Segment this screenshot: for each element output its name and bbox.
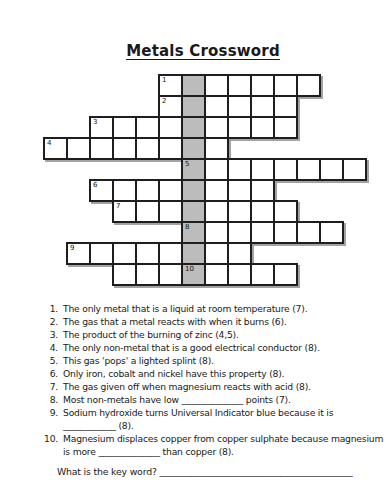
crossword-cell[interactable]: [273, 263, 298, 286]
crossword-cell[interactable]: [319, 158, 344, 181]
cell-number-label: 6: [93, 182, 97, 189]
crossword-cell[interactable]: [250, 179, 275, 202]
page-title: Metals Crossword: [10, 42, 386, 60]
clue-number: 6.: [39, 367, 58, 380]
crossword-cell[interactable]: [158, 242, 183, 265]
crossword-cell[interactable]: [273, 158, 298, 181]
cell-number-label: 1: [162, 77, 166, 84]
crossword-cell[interactable]: [112, 137, 137, 160]
clue-number: 2.: [39, 315, 58, 328]
crossword-cell[interactable]: 7: [112, 200, 137, 223]
cell-number-label: 10: [185, 266, 194, 273]
key-word-line: What is the key word? __________________…: [57, 466, 352, 477]
crossword-grid: 12345678910: [43, 74, 367, 286]
crossword-cell[interactable]: [250, 158, 275, 181]
key-word-cell[interactable]: [181, 200, 206, 223]
clue-text: Most non-metals have low ______________ …: [63, 393, 291, 406]
crossword-cell[interactable]: [135, 242, 160, 265]
crossword-cell[interactable]: [342, 158, 367, 181]
crossword-cell[interactable]: [112, 242, 137, 265]
clue-text: This gas 'pops' a lighted splint (8).: [63, 354, 214, 367]
clue-number: 9.: [39, 406, 58, 419]
clue-text: Only iron, cobalt and nickel have this p…: [63, 367, 284, 380]
clue-item: 8.Most non-metals have low _____________…: [39, 393, 384, 406]
clue-item: 10.Magnesium displaces copper from coppe…: [39, 432, 384, 458]
answer-row-1: 1: [158, 74, 321, 97]
worksheet-page: Metals Crossword 12345678910 1.The only …: [0, 0, 386, 500]
clue-item: 7.The gas given off when magnesium react…: [39, 380, 384, 393]
crossword-cell[interactable]: [250, 221, 275, 244]
key-word-question: What is the key word?: [57, 466, 157, 477]
crossword-cell[interactable]: [204, 242, 229, 265]
crossword-cell[interactable]: [273, 95, 298, 118]
crossword-cell[interactable]: [89, 242, 114, 265]
crossword-cell[interactable]: 1: [158, 74, 183, 97]
clue-item: 2.The gas that a metal reacts with when …: [39, 315, 384, 328]
crossword-cell[interactable]: [135, 179, 160, 202]
crossword-cell[interactable]: [112, 179, 137, 202]
clue-list: 1.The only metal that is a liquid at roo…: [39, 302, 384, 458]
crossword-cell[interactable]: [273, 200, 298, 223]
crossword-cell[interactable]: [204, 116, 229, 139]
clue-item: 6.Only iron, cobalt and nickel have this…: [39, 367, 384, 380]
key-word-cell[interactable]: [181, 137, 206, 160]
crossword-cell[interactable]: [227, 221, 252, 244]
answer-row-9: 9: [66, 242, 252, 265]
clue-item: 9.Sodium hydroxide turns Universal Indic…: [39, 406, 384, 432]
crossword-cell[interactable]: 6: [89, 179, 114, 202]
clue-number: 4.: [39, 341, 58, 354]
crossword-cell[interactable]: [204, 221, 229, 244]
key-word-cell[interactable]: [181, 242, 206, 265]
answer-row-7: 7: [112, 200, 298, 223]
key-word-cell[interactable]: [181, 179, 206, 202]
cell-number-label: 3: [93, 119, 97, 126]
cell-number-label: 5: [185, 161, 189, 168]
clue-text: Sodium hydroxide turns Universal Indicat…: [63, 406, 333, 432]
crossword-cell[interactable]: [158, 116, 183, 139]
clue-number: 5.: [39, 354, 58, 367]
crossword-cell[interactable]: [227, 179, 252, 202]
crossword-cell[interactable]: [204, 74, 229, 97]
crossword-cell[interactable]: 4: [43, 137, 68, 160]
crossword-cell[interactable]: [273, 74, 298, 97]
answer-row-10: 10: [112, 263, 298, 286]
crossword-cell[interactable]: [204, 137, 229, 160]
crossword-cell[interactable]: [66, 137, 91, 160]
crossword-cell[interactable]: [227, 200, 252, 223]
clue-text: Magnesium displaces copper from copper s…: [63, 432, 383, 458]
key-word-cell[interactable]: 5: [181, 158, 206, 181]
crossword-cell[interactable]: [250, 95, 275, 118]
cell-number-label: 7: [116, 203, 120, 210]
crossword-cell[interactable]: [135, 116, 160, 139]
crossword-cell[interactable]: [273, 116, 298, 139]
crossword-cell[interactable]: [204, 158, 229, 181]
crossword-cell[interactable]: [112, 116, 137, 139]
clue-item: 5.This gas 'pops' a lighted splint (8).: [39, 354, 384, 367]
answer-row-3: 3: [89, 116, 298, 139]
clue-number: 1.: [39, 302, 58, 315]
crossword-cell[interactable]: [273, 221, 298, 244]
crossword-cell[interactable]: [204, 95, 229, 118]
clue-number: 3.: [39, 328, 58, 341]
clue-number: 8.: [39, 393, 58, 406]
key-word-cell[interactable]: [181, 95, 206, 118]
answer-row-4: 4: [43, 137, 229, 160]
crossword-cell[interactable]: [158, 200, 183, 223]
crossword-cell[interactable]: [135, 137, 160, 160]
crossword-cell[interactable]: [135, 200, 160, 223]
clue-item: 4.The only non-metal that is a good elec…: [39, 341, 384, 354]
crossword-cell[interactable]: 2: [158, 95, 183, 118]
crossword-cell[interactable]: [227, 116, 252, 139]
clue-text: The product of the burning of zinc (4,5)…: [63, 328, 239, 341]
crossword-cell[interactable]: [227, 263, 252, 286]
crossword-cell[interactable]: [250, 74, 275, 97]
crossword-cell[interactable]: [227, 242, 252, 265]
cell-number-label: 9: [70, 245, 74, 252]
crossword-cell[interactable]: [227, 158, 252, 181]
cell-number-label: 2: [162, 98, 166, 105]
key-word-cell[interactable]: 10: [181, 263, 206, 286]
crossword-cell[interactable]: [89, 137, 114, 160]
clue-item: 1.The only metal that is a liquid at roo…: [39, 302, 384, 315]
crossword-cell[interactable]: [158, 137, 183, 160]
key-word-cell[interactable]: [181, 74, 206, 97]
crossword-cell[interactable]: [319, 221, 344, 244]
key-word-blank: ________________________________________…: [159, 466, 352, 477]
crossword-cell[interactable]: 9: [66, 242, 91, 265]
answer-row-2: 2: [158, 95, 298, 118]
crossword-cell[interactable]: [204, 179, 229, 202]
crossword-cell[interactable]: [296, 74, 321, 97]
answer-row-6: 6: [89, 179, 275, 202]
crossword-cell[interactable]: [158, 179, 183, 202]
crossword-cell[interactable]: 3: [89, 116, 114, 139]
crossword-cell[interactable]: [250, 263, 275, 286]
crossword-cell[interactable]: [296, 158, 321, 181]
crossword-cell[interactable]: [158, 263, 183, 286]
crossword-cell[interactable]: [250, 200, 275, 223]
cell-number-label: 4: [47, 140, 51, 147]
crossword-cell[interactable]: [296, 221, 321, 244]
answer-row-5: 5: [181, 158, 367, 181]
clue-text: The only non-metal that is a good electr…: [63, 341, 320, 354]
crossword-cell[interactable]: [204, 263, 229, 286]
crossword-cell[interactable]: [135, 263, 160, 286]
clue-text: The only metal that is a liquid at room …: [63, 302, 307, 315]
clue-text: The gas given off when magnesium reacts …: [63, 380, 311, 393]
crossword-cell[interactable]: [227, 95, 252, 118]
crossword-cell[interactable]: [250, 116, 275, 139]
crossword-cell[interactable]: [112, 263, 137, 286]
key-word-cell[interactable]: [181, 116, 206, 139]
cell-number-label: 8: [185, 224, 189, 231]
clue-number: 10.: [39, 432, 58, 445]
key-word-cell[interactable]: 8: [181, 221, 206, 244]
crossword-cell[interactable]: [204, 200, 229, 223]
crossword-cell[interactable]: [227, 74, 252, 97]
clue-item: 3.The product of the burning of zinc (4,…: [39, 328, 384, 341]
clue-number: 7.: [39, 380, 58, 393]
clue-text: The gas that a metal reacts with when it…: [63, 315, 287, 328]
answer-row-8: 8: [181, 221, 344, 244]
